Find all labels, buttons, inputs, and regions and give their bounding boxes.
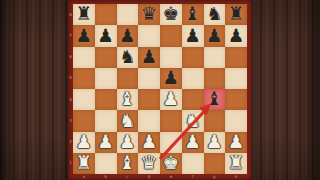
square-h4[interactable]	[225, 89, 247, 110]
square-c5[interactable]	[117, 68, 139, 89]
piece-white-knight[interactable]: ♞	[184, 112, 201, 131]
piece-black-pawn[interactable]: ♟	[119, 27, 136, 46]
piece-black-knight[interactable]: ♞	[119, 48, 136, 67]
square-a4[interactable]	[73, 89, 95, 110]
square-g8[interactable]: ♞	[204, 4, 226, 25]
piece-black-pawn[interactable]: ♟	[163, 69, 180, 88]
square-f6[interactable]	[182, 47, 204, 68]
square-a7[interactable]: ♟	[73, 25, 95, 46]
wood-background: 87654321 abcdefgh ♜♛♚♝♞♜♟♟♟♟♟♟♞♟♟♝♟♝♞♞♟♟…	[0, 0, 320, 180]
piece-black-bishop[interactable]: ♝	[206, 90, 223, 109]
piece-white-knight[interactable]: ♞	[119, 112, 136, 131]
file-label-d: d	[138, 174, 160, 180]
rank-label-6: 6	[68, 47, 73, 68]
square-b7[interactable]: ♟	[95, 25, 117, 46]
square-f4[interactable]	[182, 89, 204, 110]
piece-black-pawn[interactable]: ♟	[228, 27, 245, 46]
square-f8[interactable]: ♝	[182, 4, 204, 25]
rank-label-5: 5	[68, 68, 73, 89]
square-h1[interactable]: ♜	[225, 153, 247, 174]
square-e3[interactable]	[160, 110, 182, 131]
square-d4[interactable]	[138, 89, 160, 110]
square-h5[interactable]	[225, 68, 247, 89]
square-h3[interactable]	[225, 110, 247, 131]
square-d2[interactable]: ♟	[138, 132, 160, 153]
square-b5[interactable]	[95, 68, 117, 89]
piece-black-rook[interactable]: ♜	[76, 5, 93, 24]
square-f3[interactable]: ♞	[182, 110, 204, 131]
piece-white-pawn[interactable]: ♟	[206, 133, 223, 152]
piece-white-pawn[interactable]: ♟	[184, 133, 201, 152]
square-b8[interactable]	[95, 4, 117, 25]
square-b4[interactable]	[95, 89, 117, 110]
square-g7[interactable]: ♟	[204, 25, 226, 46]
piece-white-rook[interactable]: ♜	[76, 154, 93, 173]
file-label-b: b	[95, 174, 117, 180]
piece-black-rook[interactable]: ♜	[228, 5, 245, 24]
square-h6[interactable]	[225, 47, 247, 68]
square-b2[interactable]: ♟	[95, 132, 117, 153]
square-g4[interactable]: ♝	[204, 89, 226, 110]
square-a6[interactable]	[73, 47, 95, 68]
square-d5[interactable]	[138, 68, 160, 89]
square-a1[interactable]: ♜	[73, 153, 95, 174]
piece-black-bishop[interactable]: ♝	[184, 5, 201, 24]
rank-label-7: 7	[68, 25, 73, 46]
square-e4[interactable]: ♟	[160, 89, 182, 110]
file-label-c: c	[117, 174, 139, 180]
square-e7[interactable]	[160, 25, 182, 46]
square-c7[interactable]: ♟	[117, 25, 139, 46]
piece-black-pawn[interactable]: ♟	[76, 27, 93, 46]
square-a3[interactable]	[73, 110, 95, 131]
piece-black-pawn[interactable]: ♟	[141, 48, 158, 67]
piece-white-king[interactable]: ♚	[163, 154, 180, 173]
file-label-a: a	[73, 174, 95, 180]
rank-label-1: 1	[68, 153, 73, 174]
rank-label-3: 3	[68, 110, 73, 131]
square-e2[interactable]	[160, 132, 182, 153]
piece-white-pawn[interactable]: ♟	[97, 133, 114, 152]
piece-black-queen[interactable]: ♛	[141, 5, 158, 24]
piece-black-pawn[interactable]: ♟	[97, 27, 114, 46]
file-label-e: e	[160, 174, 182, 180]
square-c6[interactable]: ♞	[117, 47, 139, 68]
square-h7[interactable]: ♟	[225, 25, 247, 46]
piece-white-rook[interactable]: ♜	[228, 154, 245, 173]
square-c8[interactable]	[117, 4, 139, 25]
square-e1[interactable]: ♚	[160, 153, 182, 174]
rank-label-2: 2	[68, 132, 73, 153]
piece-black-king[interactable]: ♚	[163, 5, 180, 24]
file-label-g: g	[204, 174, 226, 180]
square-b3[interactable]	[95, 110, 117, 131]
square-e6[interactable]	[160, 47, 182, 68]
square-g5[interactable]	[204, 68, 226, 89]
piece-white-bishop[interactable]: ♝	[119, 90, 136, 109]
square-d1[interactable]: ♛	[138, 153, 160, 174]
piece-white-bishop[interactable]: ♝	[119, 154, 136, 173]
file-label-f: f	[182, 174, 204, 180]
square-d8[interactable]: ♛	[138, 4, 160, 25]
square-d6[interactable]: ♟	[138, 47, 160, 68]
piece-white-pawn[interactable]: ♟	[163, 90, 180, 109]
file-label-h: h	[225, 174, 247, 180]
square-g2[interactable]: ♟	[204, 132, 226, 153]
piece-white-pawn[interactable]: ♟	[76, 133, 93, 152]
square-g3[interactable]	[204, 110, 226, 131]
square-c1[interactable]: ♝	[117, 153, 139, 174]
square-h8[interactable]: ♜	[225, 4, 247, 25]
square-g6[interactable]	[204, 47, 226, 68]
square-g1[interactable]	[204, 153, 226, 174]
square-a5[interactable]	[73, 68, 95, 89]
square-e5[interactable]: ♟	[160, 68, 182, 89]
file-labels: abcdefgh	[73, 174, 247, 180]
piece-white-pawn[interactable]: ♟	[228, 133, 245, 152]
square-a2[interactable]: ♟	[73, 132, 95, 153]
square-a8[interactable]: ♜	[73, 4, 95, 25]
rank-label-8: 8	[68, 4, 73, 25]
piece-white-pawn[interactable]: ♟	[119, 133, 136, 152]
square-f2[interactable]: ♟	[182, 132, 204, 153]
piece-black-pawn[interactable]: ♟	[184, 27, 201, 46]
square-b6[interactable]	[95, 47, 117, 68]
square-b1[interactable]	[95, 153, 117, 174]
square-f1[interactable]	[182, 153, 204, 174]
piece-black-pawn[interactable]: ♟	[206, 27, 223, 46]
square-f5[interactable]	[182, 68, 204, 89]
piece-white-queen[interactable]: ♛	[141, 154, 158, 173]
square-c4[interactable]: ♝	[117, 89, 139, 110]
square-f7[interactable]: ♟	[182, 25, 204, 46]
square-c2[interactable]: ♟	[117, 132, 139, 153]
board: ♜♛♚♝♞♜♟♟♟♟♟♟♞♟♟♝♟♝♞♞♟♟♟♟♟♟♟♜♝♛♚♜	[73, 4, 247, 174]
square-h2[interactable]: ♟	[225, 132, 247, 153]
rank-label-4: 4	[68, 89, 73, 110]
rank-labels: 87654321	[68, 4, 73, 174]
piece-black-knight[interactable]: ♞	[206, 5, 223, 24]
square-c3[interactable]: ♞	[117, 110, 139, 131]
square-e8[interactable]: ♚	[160, 4, 182, 25]
piece-white-pawn[interactable]: ♟	[141, 133, 158, 152]
square-d3[interactable]	[138, 110, 160, 131]
square-d7[interactable]	[138, 25, 160, 46]
